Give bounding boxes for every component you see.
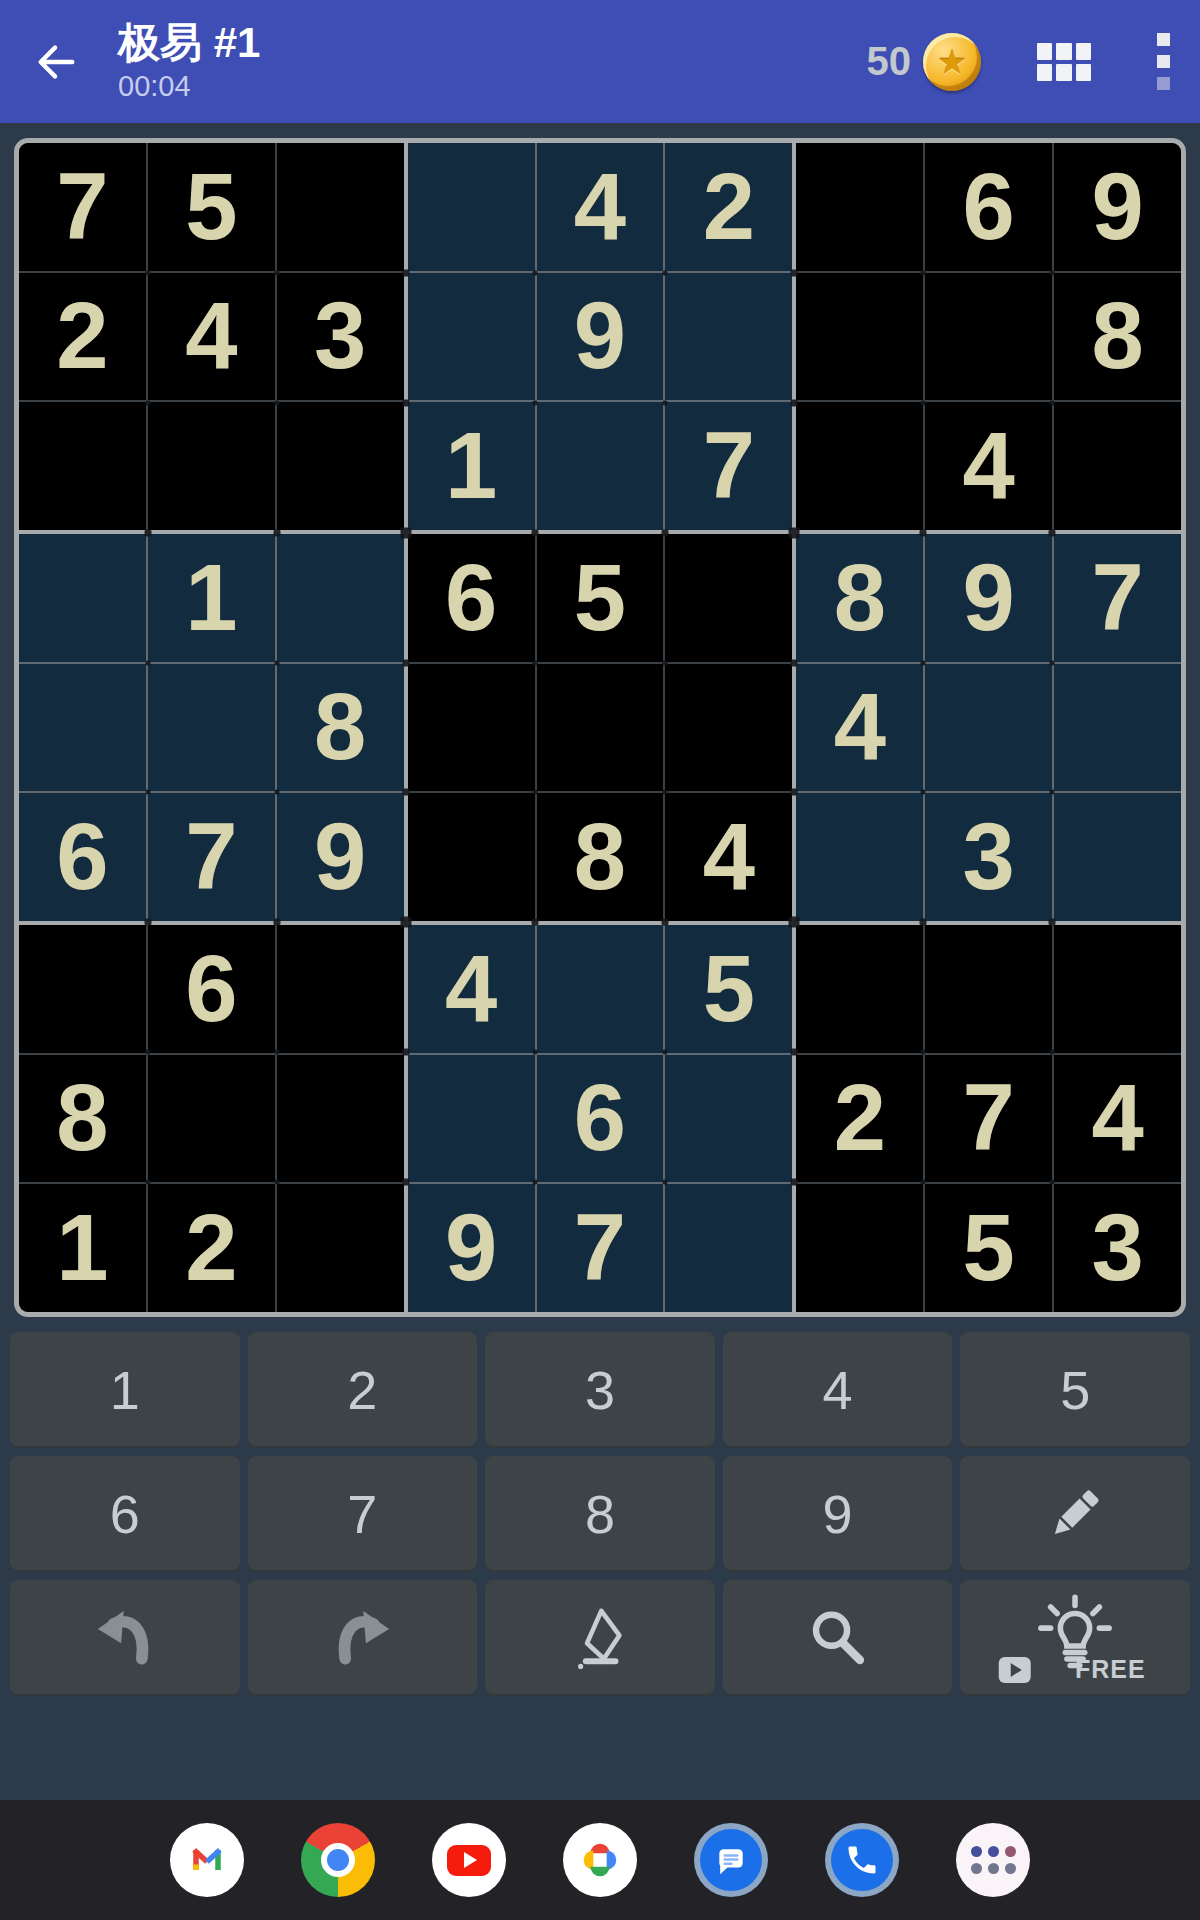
overflow-menu-icon[interactable] [1153,29,1174,94]
cell-r3c3[interactable] [277,402,404,530]
key-pencil[interactable] [960,1456,1190,1572]
free-label: FREE [1075,1655,1146,1684]
sudoku-app-screen: 极易 #1 00:04 50 ★ 75243429176984186796584… [0,0,1200,1920]
cell-r5c6[interactable] [665,664,792,792]
cell-r6c2[interactable]: 7 [148,793,275,921]
cell-r4c7[interactable]: 8 [796,534,923,662]
back-button[interactable] [30,36,82,88]
key-eraser[interactable] [485,1580,715,1696]
key-7[interactable]: 7 [248,1456,478,1572]
cell-r1c1[interactable]: 7 [19,143,146,271]
cell-r7c7[interactable] [796,925,923,1053]
cell-r8c1[interactable]: 8 [19,1055,146,1183]
cell-r2c2[interactable]: 4 [148,273,275,401]
numpad: 1 2 3 4 5 6 7 8 9 [10,1332,1190,1696]
cell-r1c5[interactable]: 4 [537,143,664,271]
cell-r1c7[interactable] [796,143,923,271]
back-arrow-icon [33,39,79,85]
cell-r8c2[interactable] [148,1055,275,1183]
cell-r8c7[interactable]: 2 [796,1055,923,1183]
cell-r9c6[interactable] [665,1184,792,1312]
cell-r5c4[interactable] [408,664,535,792]
cell-r1c6[interactable]: 2 [665,143,792,271]
cell-r4c1[interactable] [19,534,146,662]
timer: 00:04 [118,70,260,103]
cell-r7c6[interactable]: 5 [665,925,792,1053]
cell-r9c8[interactable]: 5 [925,1184,1052,1312]
youtube-icon[interactable] [432,1823,506,1897]
key-8[interactable]: 8 [485,1456,715,1572]
cell-r8c9[interactable]: 4 [1054,1055,1181,1183]
cell-r5c9[interactable] [1054,664,1181,792]
cell-r7c3[interactable] [277,925,404,1053]
cell-r5c7[interactable]: 4 [796,664,923,792]
key-hint[interactable]: FREE [960,1580,1190,1696]
gmail-icon[interactable] [170,1823,244,1897]
cell-r3c1[interactable] [19,402,146,530]
redo-icon [331,1607,393,1669]
cell-r5c5[interactable] [537,664,664,792]
cell-r8c4[interactable] [408,1055,535,1183]
key-5[interactable]: 5 [960,1332,1190,1448]
cell-r2c9[interactable]: 8 [1054,273,1181,401]
cell-r4c5[interactable]: 5 [537,534,664,662]
cell-r6c5[interactable]: 8 [537,793,664,921]
cell-r6c1[interactable]: 6 [19,793,146,921]
box-9: 27453 [796,925,1181,1312]
box-5: 6584 [408,534,793,921]
cell-r3c9[interactable] [1054,402,1181,530]
cell-r2c4[interactable] [408,273,535,401]
cell-r6c7[interactable] [796,793,923,921]
app-drawer-icon[interactable] [956,1823,1030,1897]
cell-r4c2[interactable]: 1 [148,534,275,662]
box-4: 18679 [19,534,404,921]
undo-icon [94,1607,156,1669]
cell-r9c5[interactable]: 7 [537,1184,664,1312]
key-redo[interactable] [248,1580,478,1696]
key-search[interactable] [723,1580,953,1696]
key-3[interactable]: 3 [485,1332,715,1448]
cell-r5c3[interactable]: 8 [277,664,404,792]
cell-r1c9[interactable]: 9 [1054,143,1181,271]
cell-r3c4[interactable]: 1 [408,402,535,530]
cell-r2c1[interactable]: 2 [19,273,146,401]
cell-r8c8[interactable]: 7 [925,1055,1052,1183]
cell-r4c9[interactable]: 7 [1054,534,1181,662]
cell-r5c2[interactable] [148,664,275,792]
cell-r6c8[interactable]: 3 [925,793,1052,921]
cell-r3c6[interactable]: 7 [665,402,792,530]
box-3: 6984 [796,143,1181,530]
puzzle-title: 极易 #1 [118,20,260,66]
coin-count: 50 [867,39,912,84]
coin-icon: ★ [923,33,981,91]
cell-r9c9[interactable]: 3 [1054,1184,1181,1312]
phone-icon[interactable] [825,1823,899,1897]
messages-icon[interactable] [694,1823,768,1897]
key-undo[interactable] [10,1580,240,1696]
cell-r3c2[interactable] [148,402,275,530]
box-2: 42917 [408,143,793,530]
search-icon [807,1607,869,1669]
cell-r7c2[interactable]: 6 [148,925,275,1053]
key-6[interactable]: 6 [10,1456,240,1572]
cell-r5c8[interactable] [925,664,1052,792]
cell-r2c7[interactable] [796,273,923,401]
cell-r3c8[interactable]: 4 [925,402,1052,530]
cell-r1c2[interactable]: 5 [148,143,275,271]
cell-r4c8[interactable]: 9 [925,534,1052,662]
board-grid-icon[interactable] [1037,43,1091,81]
cell-r2c3[interactable]: 3 [277,273,404,401]
cell-r4c6[interactable] [665,534,792,662]
box-1: 75243 [19,143,404,530]
cell-r8c3[interactable] [277,1055,404,1183]
cell-r5c1[interactable] [19,664,146,792]
cell-r6c6[interactable]: 4 [665,793,792,921]
cell-r8c5[interactable]: 6 [537,1055,664,1183]
cell-r9c2[interactable]: 2 [148,1184,275,1312]
cell-r7c5[interactable] [537,925,664,1053]
cell-r2c6[interactable] [665,273,792,401]
cell-r4c3[interactable] [277,534,404,662]
cell-r7c1[interactable] [19,925,146,1053]
key-9[interactable]: 9 [723,1456,953,1572]
cell-r1c3[interactable] [277,143,404,271]
box-8: 45697 [408,925,793,1312]
pencil-icon [1044,1483,1106,1545]
video-play-icon [999,1657,1031,1683]
cell-r4c4[interactable]: 6 [408,534,535,662]
chrome-icon[interactable] [301,1823,375,1897]
cell-r1c8[interactable]: 6 [925,143,1052,271]
cell-r6c3[interactable]: 9 [277,793,404,921]
board-band: 7524342917698418679658489743681245697274… [0,123,1200,1317]
cell-r2c5[interactable]: 9 [537,273,664,401]
cell-r3c5[interactable] [537,402,664,530]
box-6: 89743 [796,534,1181,921]
box-7: 6812 [19,925,404,1312]
sudoku-board: 7524342917698418679658489743681245697274… [14,138,1186,1317]
cell-r9c4[interactable]: 9 [408,1184,535,1312]
app-bar: 极易 #1 00:04 50 ★ [0,0,1200,123]
cell-r8c6[interactable] [665,1055,792,1183]
cell-r6c4[interactable] [408,793,535,921]
cell-r3c7[interactable] [796,402,923,530]
cell-r7c8[interactable] [925,925,1052,1053]
cell-r9c3[interactable] [277,1184,404,1312]
cell-r9c1[interactable]: 1 [19,1184,146,1312]
cell-r2c8[interactable] [925,273,1052,401]
cell-r7c9[interactable] [1054,925,1181,1053]
cell-r1c4[interactable] [408,143,535,271]
cell-r6c9[interactable] [1054,793,1181,921]
eraser-icon [569,1607,631,1669]
photos-icon[interactable] [563,1823,637,1897]
key-1[interactable]: 1 [10,1332,240,1448]
dock [0,1800,1200,1920]
key-4[interactable]: 4 [723,1332,953,1448]
key-2[interactable]: 2 [248,1332,478,1448]
cell-r9c7[interactable] [796,1184,923,1312]
cell-r7c4[interactable]: 4 [408,925,535,1053]
